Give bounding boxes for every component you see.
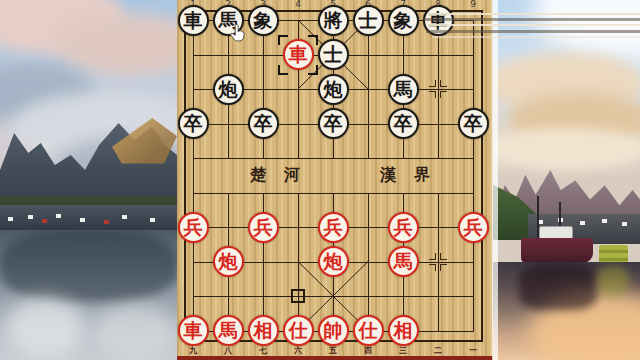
background-photo-right xyxy=(493,0,640,360)
cloud-reflection xyxy=(5,298,85,360)
house xyxy=(602,219,607,223)
bracket-corner xyxy=(308,35,318,45)
water xyxy=(493,262,640,360)
piece-black-c5r2[interactable]: 士 xyxy=(318,39,349,70)
point-corner xyxy=(429,253,436,260)
piece-red-c6r10[interactable]: 仕 xyxy=(353,315,384,346)
frame-edge-strip xyxy=(492,0,498,360)
background-photo-left xyxy=(0,0,177,360)
point-corner xyxy=(440,91,447,98)
piece-black-c3r4[interactable]: 卒 xyxy=(248,108,279,139)
piece-black-c1r1[interactable]: 車 xyxy=(178,5,209,36)
mountain-reflection xyxy=(0,230,177,302)
house xyxy=(8,217,13,221)
piece-red-c5r7[interactable]: 兵 xyxy=(318,212,349,243)
house xyxy=(80,218,85,222)
piece-red-c4r10[interactable]: 仕 xyxy=(283,315,314,346)
piece-black-c9r4[interactable]: 卒 xyxy=(458,108,489,139)
house xyxy=(122,215,127,219)
piece-black-c5r4[interactable]: 卒 xyxy=(318,108,349,139)
water xyxy=(0,230,177,360)
cloud xyxy=(55,14,177,76)
bracket-corner xyxy=(278,65,288,75)
house xyxy=(104,220,109,224)
bracket-corner xyxy=(278,35,288,45)
selection-brackets-marker xyxy=(278,35,318,75)
house xyxy=(42,219,47,223)
point-corner xyxy=(429,91,436,98)
piece-red-c2r8[interactable]: 炮 xyxy=(213,246,244,277)
piece-black-c2r3[interactable]: 炮 xyxy=(213,74,244,105)
piece-black-c5r3[interactable]: 炮 xyxy=(318,74,349,105)
piece-red-c5r8[interactable]: 炮 xyxy=(318,246,349,277)
point-corner xyxy=(440,80,447,87)
file-number-top-9: 9 xyxy=(462,0,484,9)
piece-black-c7r4[interactable]: 卒 xyxy=(388,108,419,139)
piece-black-c7r1[interactable]: 象 xyxy=(388,5,419,36)
board-bottom-strip xyxy=(177,356,493,360)
piece-red-c1r10[interactable]: 車 xyxy=(178,315,209,346)
cloud-reflection xyxy=(92,306,177,360)
piece-black-c8r1[interactable]: 車 xyxy=(423,5,454,36)
hand-cursor-icon xyxy=(229,24,246,43)
board-point-marker xyxy=(428,79,448,99)
file-number-bottom-2: 八 xyxy=(217,346,239,355)
house xyxy=(580,221,585,225)
bracket-corner xyxy=(308,65,318,75)
point-corner xyxy=(440,253,447,260)
river-character: 漢 xyxy=(378,165,398,186)
piece-black-c3r1[interactable]: 象 xyxy=(248,5,279,36)
sun-glare xyxy=(533,0,640,60)
file-number-bottom-7: 三 xyxy=(392,346,414,355)
house xyxy=(28,215,33,219)
boat-reflection xyxy=(597,266,629,296)
file-number-bottom-8: 二 xyxy=(427,346,449,355)
river-character: 界 xyxy=(412,165,432,186)
house xyxy=(622,222,627,226)
move-from-square-marker xyxy=(291,289,305,303)
piece-red-c5r10[interactable]: 帥 xyxy=(318,315,349,346)
house xyxy=(150,218,155,222)
file-number-bottom-4: 六 xyxy=(287,346,309,355)
piece-red-c1r7[interactable]: 兵 xyxy=(178,212,209,243)
file-number-bottom-1: 九 xyxy=(182,346,204,355)
village-shoreline xyxy=(0,205,177,232)
board-point-marker xyxy=(428,252,448,272)
cloud xyxy=(493,128,640,170)
river-character: 楚 xyxy=(248,165,268,186)
piece-red-c7r7[interactable]: 兵 xyxy=(388,212,419,243)
piece-red-c7r8[interactable]: 馬 xyxy=(388,246,419,277)
boat-reflection xyxy=(519,264,597,310)
piece-black-c1r4[interactable]: 卒 xyxy=(178,108,209,139)
river-character: 河 xyxy=(282,165,302,186)
point-corner xyxy=(429,264,436,271)
point-corner xyxy=(440,264,447,271)
piece-red-c2r10[interactable]: 馬 xyxy=(213,315,244,346)
video-frame: 楚河漢界 123456789 九八七六五四三二一 車馬象將士象車士車炮炮馬卒卒卒… xyxy=(0,0,640,360)
piece-red-c3r10[interactable]: 相 xyxy=(248,315,279,346)
file-number-bottom-3: 七 xyxy=(252,346,274,355)
file-number-top-4: 4 xyxy=(287,0,309,9)
piece-black-c7r3[interactable]: 馬 xyxy=(388,74,419,105)
file-number-bottom-9: 一 xyxy=(462,346,484,355)
file-number-bottom-5: 五 xyxy=(322,346,344,355)
piece-black-c5r1[interactable]: 將 xyxy=(318,5,349,36)
fishing-boat-hull xyxy=(521,238,593,263)
piece-red-c3r7[interactable]: 兵 xyxy=(248,212,279,243)
house xyxy=(56,214,61,218)
xiangqi-board[interactable]: 楚河漢界 123456789 九八七六五四三二一 車馬象將士象車士車炮炮馬卒卒卒… xyxy=(177,0,493,360)
piece-red-c9r7[interactable]: 兵 xyxy=(458,212,489,243)
river-label: 楚河漢界 xyxy=(193,165,474,187)
piece-black-c6r1[interactable]: 士 xyxy=(353,5,384,36)
point-corner xyxy=(429,80,436,87)
piece-red-c7r10[interactable]: 相 xyxy=(388,315,419,346)
file-number-bottom-6: 四 xyxy=(357,346,379,355)
